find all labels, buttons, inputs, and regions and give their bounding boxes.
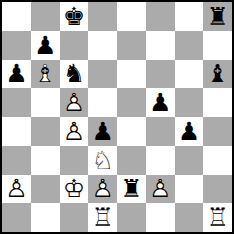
square-a6[interactable]: ♟ bbox=[2, 60, 31, 89]
white-rook[interactable]: ♜♖ bbox=[88, 203, 117, 232]
square-h7[interactable] bbox=[203, 31, 232, 60]
square-b2[interactable] bbox=[31, 175, 60, 204]
square-f8[interactable] bbox=[146, 2, 175, 31]
black-rook[interactable]: ♜ bbox=[203, 2, 232, 31]
square-h4[interactable] bbox=[203, 117, 232, 146]
square-h5[interactable] bbox=[203, 88, 232, 117]
black-piece-glyph: ♟ bbox=[2, 60, 31, 89]
black-pawn[interactable]: ♟ bbox=[146, 88, 175, 117]
black-piece-glyph: ♜ bbox=[203, 2, 232, 31]
square-c5[interactable]: ♟♙ bbox=[60, 88, 89, 117]
black-piece-glyph: ♞ bbox=[60, 60, 89, 89]
chess-board: ♚♜♟♟♝♗♞♝♟♙♟♟♙♟♟♞♘♟♙♚♔♟♙♜♟♙♜♖♜♖ bbox=[2, 2, 232, 232]
square-e3[interactable] bbox=[117, 146, 146, 175]
white-king[interactable]: ♚♔ bbox=[60, 175, 89, 204]
black-piece-glyph: ♚ bbox=[60, 2, 89, 31]
black-pawn[interactable]: ♟ bbox=[175, 117, 204, 146]
black-pawn[interactable]: ♟ bbox=[2, 60, 31, 89]
white-piece-outline: ♙ bbox=[146, 175, 175, 204]
square-e8[interactable] bbox=[117, 2, 146, 31]
white-pawn[interactable]: ♟♙ bbox=[88, 175, 117, 204]
white-piece-outline: ♗ bbox=[31, 60, 60, 89]
square-h1[interactable]: ♜♖ bbox=[203, 203, 232, 232]
black-bishop[interactable]: ♝ bbox=[203, 60, 232, 89]
square-d5[interactable] bbox=[88, 88, 117, 117]
square-a3[interactable] bbox=[2, 146, 31, 175]
square-f4[interactable] bbox=[146, 117, 175, 146]
square-c7[interactable] bbox=[60, 31, 89, 60]
white-pawn[interactable]: ♟♙ bbox=[60, 117, 89, 146]
square-a4[interactable] bbox=[2, 117, 31, 146]
white-piece-outline: ♔ bbox=[60, 175, 89, 204]
black-piece-glyph: ♟ bbox=[88, 117, 117, 146]
square-c8[interactable]: ♚ bbox=[60, 2, 89, 31]
square-a1[interactable] bbox=[2, 203, 31, 232]
black-piece-glyph: ♟ bbox=[146, 88, 175, 117]
square-b7[interactable]: ♟ bbox=[31, 31, 60, 60]
square-e7[interactable] bbox=[117, 31, 146, 60]
square-e2[interactable]: ♜ bbox=[117, 175, 146, 204]
white-pawn[interactable]: ♟♙ bbox=[146, 175, 175, 204]
square-b3[interactable] bbox=[31, 146, 60, 175]
square-e5[interactable] bbox=[117, 88, 146, 117]
square-g4[interactable]: ♟ bbox=[175, 117, 204, 146]
square-a8[interactable] bbox=[2, 2, 31, 31]
white-knight[interactable]: ♞♘ bbox=[88, 146, 117, 175]
black-pawn[interactable]: ♟ bbox=[88, 117, 117, 146]
square-f6[interactable] bbox=[146, 60, 175, 89]
white-rook[interactable]: ♜♖ bbox=[203, 203, 232, 232]
square-e4[interactable] bbox=[117, 117, 146, 146]
white-piece-outline: ♙ bbox=[60, 117, 89, 146]
square-g8[interactable] bbox=[175, 2, 204, 31]
square-f1[interactable] bbox=[146, 203, 175, 232]
square-a5[interactable] bbox=[2, 88, 31, 117]
black-knight[interactable]: ♞ bbox=[60, 60, 89, 89]
square-b6[interactable]: ♝♗ bbox=[31, 60, 60, 89]
square-g3[interactable] bbox=[175, 146, 204, 175]
square-h8[interactable]: ♜ bbox=[203, 2, 232, 31]
black-rook[interactable]: ♜ bbox=[117, 175, 146, 204]
white-piece-outline: ♘ bbox=[88, 146, 117, 175]
square-h2[interactable] bbox=[203, 175, 232, 204]
square-b5[interactable] bbox=[31, 88, 60, 117]
white-piece-outline: ♙ bbox=[88, 175, 117, 204]
square-a7[interactable] bbox=[2, 31, 31, 60]
square-c6[interactable]: ♞ bbox=[60, 60, 89, 89]
square-d3[interactable]: ♞♘ bbox=[88, 146, 117, 175]
chess-board-frame: ♚♜♟♟♝♗♞♝♟♙♟♟♙♟♟♞♘♟♙♚♔♟♙♜♟♙♜♖♜♖ bbox=[0, 0, 234, 234]
square-f2[interactable]: ♟♙ bbox=[146, 175, 175, 204]
black-piece-glyph: ♝ bbox=[203, 60, 232, 89]
square-b1[interactable] bbox=[31, 203, 60, 232]
black-pawn[interactable]: ♟ bbox=[31, 31, 60, 60]
square-g6[interactable] bbox=[175, 60, 204, 89]
square-d4[interactable]: ♟ bbox=[88, 117, 117, 146]
square-e6[interactable] bbox=[117, 60, 146, 89]
square-g7[interactable] bbox=[175, 31, 204, 60]
black-piece-glyph: ♜ bbox=[117, 175, 146, 204]
square-c1[interactable] bbox=[60, 203, 89, 232]
black-piece-glyph: ♟ bbox=[175, 117, 204, 146]
white-pawn[interactable]: ♟♙ bbox=[60, 88, 89, 117]
square-h6[interactable]: ♝ bbox=[203, 60, 232, 89]
white-piece-outline: ♖ bbox=[203, 203, 232, 232]
square-e1[interactable] bbox=[117, 203, 146, 232]
square-c4[interactable]: ♟♙ bbox=[60, 117, 89, 146]
square-g5[interactable] bbox=[175, 88, 204, 117]
square-f5[interactable]: ♟ bbox=[146, 88, 175, 117]
square-f3[interactable] bbox=[146, 146, 175, 175]
square-d7[interactable] bbox=[88, 31, 117, 60]
square-c2[interactable]: ♚♔ bbox=[60, 175, 89, 204]
square-d8[interactable] bbox=[88, 2, 117, 31]
white-piece-outline: ♙ bbox=[60, 88, 89, 117]
square-h3[interactable] bbox=[203, 146, 232, 175]
square-c3[interactable] bbox=[60, 146, 89, 175]
square-f7[interactable] bbox=[146, 31, 175, 60]
black-king[interactable]: ♚ bbox=[60, 2, 89, 31]
square-g2[interactable] bbox=[175, 175, 204, 204]
square-d6[interactable] bbox=[88, 60, 117, 89]
square-g1[interactable] bbox=[175, 203, 204, 232]
square-a2[interactable]: ♟♙ bbox=[2, 175, 31, 204]
white-piece-outline: ♖ bbox=[88, 203, 117, 232]
square-b8[interactable] bbox=[31, 2, 60, 31]
white-bishop[interactable]: ♝♗ bbox=[31, 60, 60, 89]
white-pawn[interactable]: ♟♙ bbox=[2, 175, 31, 204]
square-b4[interactable] bbox=[31, 117, 60, 146]
black-piece-glyph: ♟ bbox=[31, 31, 60, 60]
white-piece-outline: ♙ bbox=[2, 175, 31, 204]
square-d1[interactable]: ♜♖ bbox=[88, 203, 117, 232]
square-d2[interactable]: ♟♙ bbox=[88, 175, 117, 204]
